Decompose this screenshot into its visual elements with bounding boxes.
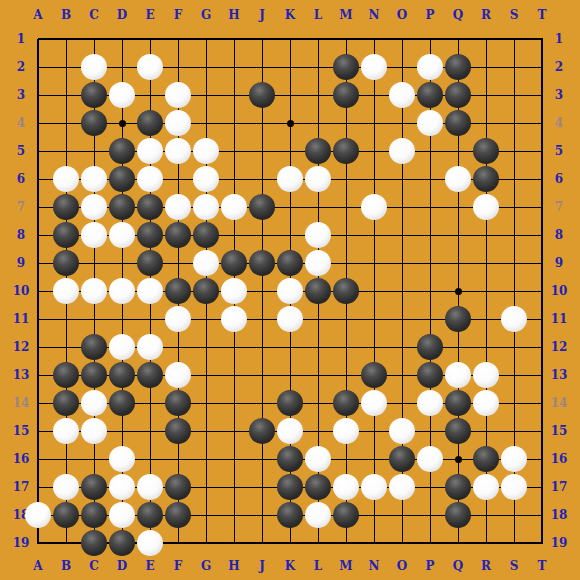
- row-label-left-3: 3: [9, 88, 33, 102]
- col-label-bottom-B: B: [54, 559, 78, 573]
- stone-white-L16: [305, 446, 331, 472]
- stone-black-J3: [249, 82, 275, 108]
- stone-white-D10: [109, 278, 135, 304]
- row-label-right-1: 1: [547, 32, 571, 46]
- row-label-right-19: 19: [547, 536, 571, 550]
- stone-black-M10: [333, 278, 359, 304]
- row-label-left-13: 13: [9, 368, 33, 382]
- stone-white-K6: [277, 166, 303, 192]
- row-label-left-16: 16: [9, 452, 33, 466]
- col-label-bottom-K: K: [278, 559, 302, 573]
- stone-white-G7: [193, 194, 219, 220]
- stone-white-Q13: [445, 362, 471, 388]
- stone-black-B18: [53, 502, 79, 528]
- stone-black-D19: [109, 530, 135, 556]
- stone-black-B8: [53, 222, 79, 248]
- stone-black-Q3: [445, 82, 471, 108]
- col-label-bottom-T: T: [530, 559, 554, 573]
- col-label-top-R: R: [474, 8, 498, 22]
- stone-white-L18: [305, 502, 331, 528]
- stone-white-P2: [417, 54, 443, 80]
- stone-black-K17: [277, 474, 303, 500]
- stone-black-F10: [165, 278, 191, 304]
- row-label-left-1: 1: [9, 32, 33, 46]
- stone-black-E18: [137, 502, 163, 528]
- row-label-right-7: 7: [547, 200, 571, 214]
- col-label-bottom-S: S: [502, 559, 526, 573]
- stone-white-R14: [473, 390, 499, 416]
- hoshi-Q16: [455, 456, 462, 463]
- row-label-left-7: 7: [9, 200, 33, 214]
- col-label-bottom-D: D: [110, 559, 134, 573]
- stone-white-D18: [109, 502, 135, 528]
- stone-black-J15: [249, 418, 275, 444]
- stone-white-B6: [53, 166, 79, 192]
- stone-white-K11: [277, 306, 303, 332]
- stone-black-P12: [417, 334, 443, 360]
- stone-black-J7: [249, 194, 275, 220]
- stone-white-F5: [165, 138, 191, 164]
- stone-black-R16: [473, 446, 499, 472]
- stone-white-F7: [165, 194, 191, 220]
- stone-white-O17: [389, 474, 415, 500]
- col-label-bottom-A: A: [26, 559, 50, 573]
- row-label-left-9: 9: [9, 256, 33, 270]
- stone-black-M18: [333, 502, 359, 528]
- stone-black-B13: [53, 362, 79, 388]
- stone-white-N17: [361, 474, 387, 500]
- row-label-left-10: 10: [9, 284, 33, 298]
- stone-black-Q18: [445, 502, 471, 528]
- stone-black-J9: [249, 250, 275, 276]
- stone-white-N2: [361, 54, 387, 80]
- stone-white-R17: [473, 474, 499, 500]
- stone-white-B10: [53, 278, 79, 304]
- stone-black-G10: [193, 278, 219, 304]
- row-label-right-2: 2: [547, 60, 571, 74]
- stone-black-Q14: [445, 390, 471, 416]
- hoshi-Q10: [455, 288, 462, 295]
- row-label-left-17: 17: [9, 480, 33, 494]
- row-label-right-18: 18: [547, 508, 571, 522]
- stone-black-E7: [137, 194, 163, 220]
- col-label-top-C: C: [82, 8, 106, 22]
- stone-white-L8: [305, 222, 331, 248]
- row-label-left-19: 19: [9, 536, 33, 550]
- stone-white-A18: [25, 502, 51, 528]
- stone-black-C4: [81, 110, 107, 136]
- stone-black-C17: [81, 474, 107, 500]
- stone-black-D14: [109, 390, 135, 416]
- stone-white-E6: [137, 166, 163, 192]
- stone-black-P3: [417, 82, 443, 108]
- col-label-bottom-O: O: [390, 559, 414, 573]
- col-label-bottom-M: M: [334, 559, 358, 573]
- row-label-left-2: 2: [9, 60, 33, 74]
- go-board[interactable]: AABBCCDDEEFFGGHHJJKKLLMMNNOOPPQQRRSSTT11…: [0, 0, 580, 580]
- stone-white-K10: [277, 278, 303, 304]
- stone-black-Q2: [445, 54, 471, 80]
- stone-white-P14: [417, 390, 443, 416]
- stone-white-G5: [193, 138, 219, 164]
- row-label-right-17: 17: [547, 480, 571, 494]
- stone-white-D12: [109, 334, 135, 360]
- stone-black-F14: [165, 390, 191, 416]
- stone-white-K15: [277, 418, 303, 444]
- col-label-top-E: E: [138, 8, 162, 22]
- stone-black-L5: [305, 138, 331, 164]
- stone-black-L17: [305, 474, 331, 500]
- col-label-top-K: K: [278, 8, 302, 22]
- row-label-left-5: 5: [9, 144, 33, 158]
- hoshi-D4: [119, 120, 126, 127]
- col-label-top-N: N: [362, 8, 386, 22]
- row-label-right-8: 8: [547, 228, 571, 242]
- stone-white-H10: [221, 278, 247, 304]
- col-label-bottom-J: J: [250, 559, 274, 573]
- col-label-top-Q: Q: [446, 8, 470, 22]
- stone-white-C7: [81, 194, 107, 220]
- stone-black-B9: [53, 250, 79, 276]
- stone-black-M5: [333, 138, 359, 164]
- col-label-top-F: F: [166, 8, 190, 22]
- col-label-bottom-H: H: [222, 559, 246, 573]
- row-label-left-15: 15: [9, 424, 33, 438]
- stone-white-S17: [501, 474, 527, 500]
- stone-black-K14: [277, 390, 303, 416]
- stone-white-F3: [165, 82, 191, 108]
- stone-white-D17: [109, 474, 135, 500]
- stone-black-R6: [473, 166, 499, 192]
- stone-black-K18: [277, 502, 303, 528]
- col-label-top-A: A: [26, 8, 50, 22]
- stone-black-E8: [137, 222, 163, 248]
- stone-white-E2: [137, 54, 163, 80]
- stone-black-D5: [109, 138, 135, 164]
- stone-black-F15: [165, 418, 191, 444]
- stone-black-Q4: [445, 110, 471, 136]
- stone-black-C12: [81, 334, 107, 360]
- row-label-left-6: 6: [9, 172, 33, 186]
- row-label-right-4: 4: [547, 116, 571, 130]
- row-label-right-11: 11: [547, 312, 571, 326]
- stone-white-F4: [165, 110, 191, 136]
- col-label-bottom-N: N: [362, 559, 386, 573]
- col-label-bottom-P: P: [418, 559, 442, 573]
- stone-white-O15: [389, 418, 415, 444]
- stone-white-F11: [165, 306, 191, 332]
- stone-white-M17: [333, 474, 359, 500]
- stone-white-H7: [221, 194, 247, 220]
- col-label-top-H: H: [222, 8, 246, 22]
- stone-black-Q15: [445, 418, 471, 444]
- stone-white-M15: [333, 418, 359, 444]
- stone-white-S16: [501, 446, 527, 472]
- stone-black-E9: [137, 250, 163, 276]
- stone-white-F13: [165, 362, 191, 388]
- col-label-bottom-G: G: [194, 559, 218, 573]
- stone-white-E5: [137, 138, 163, 164]
- stone-white-E12: [137, 334, 163, 360]
- stone-black-H9: [221, 250, 247, 276]
- col-label-top-J: J: [250, 8, 274, 22]
- stone-black-C13: [81, 362, 107, 388]
- stone-white-G9: [193, 250, 219, 276]
- stone-white-B15: [53, 418, 79, 444]
- row-label-right-16: 16: [547, 452, 571, 466]
- stone-black-D7: [109, 194, 135, 220]
- col-label-top-B: B: [54, 8, 78, 22]
- row-label-left-12: 12: [9, 340, 33, 354]
- col-label-bottom-F: F: [166, 559, 190, 573]
- stone-black-M14: [333, 390, 359, 416]
- stone-black-F17: [165, 474, 191, 500]
- stone-white-C10: [81, 278, 107, 304]
- stone-black-C19: [81, 530, 107, 556]
- col-label-top-O: O: [390, 8, 414, 22]
- stone-black-K16: [277, 446, 303, 472]
- stone-white-O5: [389, 138, 415, 164]
- row-label-left-4: 4: [9, 116, 33, 130]
- stone-white-H11: [221, 306, 247, 332]
- stone-white-R13: [473, 362, 499, 388]
- stone-black-F18: [165, 502, 191, 528]
- stone-white-Q6: [445, 166, 471, 192]
- stone-white-C6: [81, 166, 107, 192]
- stone-white-O3: [389, 82, 415, 108]
- stone-black-K9: [277, 250, 303, 276]
- stone-white-D16: [109, 446, 135, 472]
- stone-white-S11: [501, 306, 527, 332]
- stone-black-O16: [389, 446, 415, 472]
- stone-black-P13: [417, 362, 443, 388]
- stone-white-G6: [193, 166, 219, 192]
- stone-white-C15: [81, 418, 107, 444]
- stone-white-L6: [305, 166, 331, 192]
- stone-black-B14: [53, 390, 79, 416]
- stone-black-M3: [333, 82, 359, 108]
- stone-white-E10: [137, 278, 163, 304]
- col-label-top-S: S: [502, 8, 526, 22]
- stone-white-C2: [81, 54, 107, 80]
- col-label-bottom-L: L: [306, 559, 330, 573]
- col-label-bottom-C: C: [82, 559, 106, 573]
- row-label-right-6: 6: [547, 172, 571, 186]
- stone-black-M2: [333, 54, 359, 80]
- row-label-right-13: 13: [547, 368, 571, 382]
- row-label-right-9: 9: [547, 256, 571, 270]
- col-label-top-P: P: [418, 8, 442, 22]
- stone-white-L9: [305, 250, 331, 276]
- stone-black-B7: [53, 194, 79, 220]
- col-label-top-L: L: [306, 8, 330, 22]
- stone-white-N7: [361, 194, 387, 220]
- hoshi-K4: [287, 120, 294, 127]
- stone-white-D3: [109, 82, 135, 108]
- row-label-right-14: 14: [547, 396, 571, 410]
- stone-black-D13: [109, 362, 135, 388]
- stone-white-D8: [109, 222, 135, 248]
- row-label-left-8: 8: [9, 228, 33, 242]
- stone-black-Q11: [445, 306, 471, 332]
- stone-white-N14: [361, 390, 387, 416]
- row-label-right-15: 15: [547, 424, 571, 438]
- stone-white-P4: [417, 110, 443, 136]
- stone-black-L10: [305, 278, 331, 304]
- stone-white-C14: [81, 390, 107, 416]
- col-label-bottom-Q: Q: [446, 559, 470, 573]
- stone-white-P16: [417, 446, 443, 472]
- row-label-right-5: 5: [547, 144, 571, 158]
- row-label-right-3: 3: [547, 88, 571, 102]
- col-label-bottom-E: E: [138, 559, 162, 573]
- stone-black-E4: [137, 110, 163, 136]
- stone-white-B17: [53, 474, 79, 500]
- row-label-left-11: 11: [9, 312, 33, 326]
- grid-vline-N: [374, 39, 375, 544]
- col-label-top-G: G: [194, 8, 218, 22]
- stone-white-E19: [137, 530, 163, 556]
- stone-black-N13: [361, 362, 387, 388]
- col-label-top-M: M: [334, 8, 358, 22]
- stone-black-C18: [81, 502, 107, 528]
- stone-white-C8: [81, 222, 107, 248]
- stone-white-R7: [473, 194, 499, 220]
- row-label-right-12: 12: [547, 340, 571, 354]
- grid-vline-T: [541, 39, 543, 544]
- stone-black-R5: [473, 138, 499, 164]
- stone-black-F8: [165, 222, 191, 248]
- col-label-top-T: T: [530, 8, 554, 22]
- stone-black-G8: [193, 222, 219, 248]
- col-label-top-D: D: [110, 8, 134, 22]
- stone-white-E17: [137, 474, 163, 500]
- stone-black-D6: [109, 166, 135, 192]
- stone-black-E13: [137, 362, 163, 388]
- row-label-left-14: 14: [9, 396, 33, 410]
- stone-black-C3: [81, 82, 107, 108]
- col-label-bottom-R: R: [474, 559, 498, 573]
- row-label-right-10: 10: [547, 284, 571, 298]
- stone-black-Q17: [445, 474, 471, 500]
